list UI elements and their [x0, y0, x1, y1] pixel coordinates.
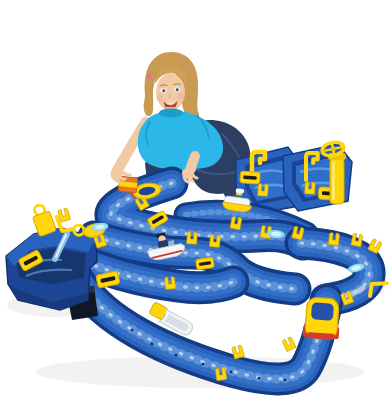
product-photo: [0, 0, 390, 400]
sluice-gate: [240, 171, 261, 184]
sluice-gate: [196, 257, 215, 270]
lock-basin: [6, 228, 97, 310]
child-shirt: [138, 111, 223, 170]
raised-lock-gate: [29, 202, 56, 236]
child-face: [156, 74, 185, 111]
shirt-collar: [159, 109, 183, 118]
amphibious-vehicle: [303, 297, 342, 340]
scene-svg: [0, 0, 390, 400]
